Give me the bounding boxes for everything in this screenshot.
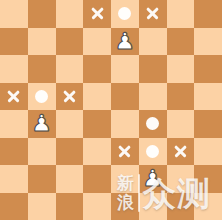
square-a1[interactable] [0,193,28,221]
square-b3[interactable] [28,138,56,166]
square-g5[interactable] [167,83,195,111]
square-f4[interactable] [139,110,167,138]
capture-cross-icon [117,144,132,159]
move-dot [118,7,131,20]
move-dot [35,90,48,103]
square-a6[interactable] [0,55,28,83]
square-h2[interactable] [194,165,222,193]
square-c3[interactable] [56,138,84,166]
square-a3[interactable] [0,138,28,166]
square-e3[interactable] [111,138,139,166]
square-g3[interactable] [167,138,195,166]
square-h1[interactable] [194,193,222,221]
square-h8[interactable] [194,0,222,28]
square-e7[interactable]: ♟ [111,28,139,56]
square-h5[interactable] [194,83,222,111]
square-e2[interactable] [111,165,139,193]
square-d6[interactable] [83,55,111,83]
square-h6[interactable] [194,55,222,83]
white-pawn[interactable]: ♟ [111,28,139,56]
square-a4[interactable] [0,110,28,138]
square-d2[interactable] [83,165,111,193]
square-a2[interactable] [0,165,28,193]
square-c4[interactable] [56,110,84,138]
white-pawn[interactable]: ♟ [139,165,167,193]
square-f2[interactable]: ♟ [139,165,167,193]
square-g4[interactable] [167,110,195,138]
capture-cross-icon [90,6,105,21]
square-c5[interactable] [56,83,84,111]
chess-tutorial-diagram: ♟♟♟ 新 浪 众测 [0,0,222,220]
square-e6[interactable] [111,55,139,83]
white-pawn[interactable]: ♟ [28,110,56,138]
square-b8[interactable] [28,0,56,28]
square-e5[interactable] [111,83,139,111]
square-e4[interactable] [111,110,139,138]
square-a8[interactable] [0,0,28,28]
square-b5[interactable] [28,83,56,111]
square-g2[interactable] [167,165,195,193]
square-g6[interactable] [167,55,195,83]
square-d1[interactable] [83,193,111,221]
square-d3[interactable] [83,138,111,166]
capture-cross-icon [145,6,160,21]
square-g1[interactable] [167,193,195,221]
square-c1[interactable] [56,193,84,221]
square-f8[interactable] [139,0,167,28]
square-b2[interactable] [28,165,56,193]
square-h3[interactable] [194,138,222,166]
square-d8[interactable] [83,0,111,28]
capture-cross-icon [6,89,21,104]
square-a5[interactable] [0,83,28,111]
square-c7[interactable] [56,28,84,56]
square-b6[interactable] [28,55,56,83]
square-f3[interactable] [139,138,167,166]
square-a7[interactable] [0,28,28,56]
square-d4[interactable] [83,110,111,138]
square-f1[interactable] [139,193,167,221]
square-d5[interactable] [83,83,111,111]
square-b1[interactable] [28,193,56,221]
square-h4[interactable] [194,110,222,138]
square-b7[interactable] [28,28,56,56]
square-e8[interactable] [111,0,139,28]
square-b4[interactable]: ♟ [28,110,56,138]
capture-cross-icon [173,144,188,159]
square-f7[interactable] [139,28,167,56]
square-c6[interactable] [56,55,84,83]
square-e1[interactable] [111,193,139,221]
square-g7[interactable] [167,28,195,56]
move-dot [146,117,159,130]
square-h7[interactable] [194,28,222,56]
square-d7[interactable] [83,28,111,56]
capture-cross-icon [62,89,77,104]
square-f6[interactable] [139,55,167,83]
square-c2[interactable] [56,165,84,193]
move-dot [146,145,159,158]
square-f5[interactable] [139,83,167,111]
square-c8[interactable] [56,0,84,28]
square-g8[interactable] [167,0,195,28]
chessboard-grid: ♟♟♟ [0,0,222,220]
